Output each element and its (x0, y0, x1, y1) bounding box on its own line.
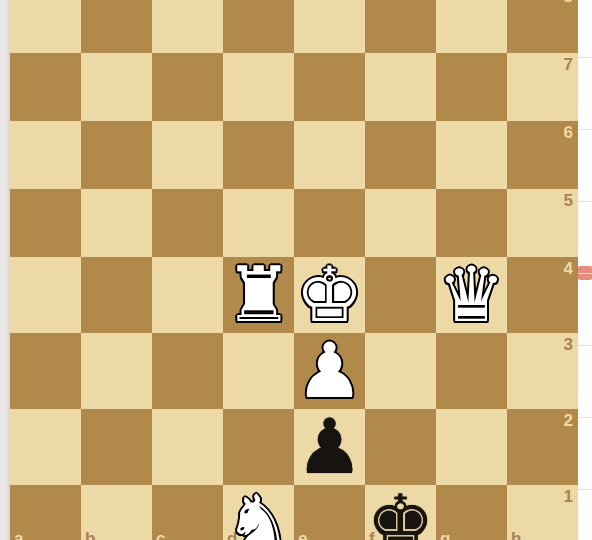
square-c1[interactable]: c (152, 485, 223, 540)
square-c3[interactable] (152, 333, 223, 409)
square-g3[interactable] (436, 333, 507, 409)
square-h7[interactable]: 7 (507, 53, 578, 121)
square-a2[interactable] (10, 409, 81, 485)
gutter-rank-line (578, 345, 592, 346)
rank-label-3: 3 (564, 336, 573, 353)
square-b1[interactable]: b (81, 485, 152, 540)
square-f3[interactable] (365, 333, 436, 409)
square-h8[interactable]: 8 (507, 0, 578, 53)
square-f7[interactable] (365, 53, 436, 121)
square-h5[interactable]: 5 (507, 189, 578, 257)
rank-label-7: 7 (564, 56, 573, 73)
gutter-rank-line (578, 201, 592, 202)
square-a8[interactable] (10, 0, 81, 53)
square-f8[interactable] (365, 0, 436, 53)
page-gutter-right (578, 0, 592, 540)
square-f1[interactable]: f♚ (365, 485, 436, 540)
square-a1[interactable]: a (10, 485, 81, 540)
square-e6[interactable] (294, 121, 365, 189)
gutter-rank-line (578, 273, 592, 274)
piece-black-pawn-e2[interactable]: ♟ (295, 409, 363, 485)
square-d8[interactable] (223, 0, 294, 53)
square-f4[interactable] (365, 257, 436, 333)
square-f2[interactable] (365, 409, 436, 485)
square-h1[interactable]: 1h (507, 485, 578, 540)
square-g8[interactable] (436, 0, 507, 53)
square-b7[interactable] (81, 53, 152, 121)
page-gutter-left (0, 0, 10, 540)
piece-white-pawn-e3[interactable]: ♟ (295, 333, 363, 409)
square-d6[interactable] (223, 121, 294, 189)
square-h3[interactable]: 3 (507, 333, 578, 409)
square-d7[interactable] (223, 53, 294, 121)
square-h6[interactable]: 6 (507, 121, 578, 189)
square-g7[interactable] (436, 53, 507, 121)
square-e8[interactable] (294, 0, 365, 53)
square-b6[interactable] (81, 121, 152, 189)
square-d4[interactable]: ♜ (223, 257, 294, 333)
chess-board: 8765♜♚♛4♟3♟2abcd♞ef♚g1h (10, 0, 578, 540)
square-f5[interactable] (365, 189, 436, 257)
rank-label-5: 5 (564, 192, 573, 209)
square-a3[interactable] (10, 333, 81, 409)
square-c8[interactable] (152, 0, 223, 53)
file-label-b: b (85, 530, 95, 540)
square-b3[interactable] (81, 333, 152, 409)
square-e2[interactable]: ♟ (294, 409, 365, 485)
gutter-rank-line (578, 57, 592, 58)
square-c6[interactable] (152, 121, 223, 189)
rank-label-8: 8 (564, 0, 573, 5)
file-label-e: e (298, 530, 307, 540)
square-g5[interactable] (436, 189, 507, 257)
square-b4[interactable] (81, 257, 152, 333)
square-b8[interactable] (81, 0, 152, 53)
square-e3[interactable]: ♟ (294, 333, 365, 409)
piece-white-knight-d1[interactable]: ♞ (224, 485, 292, 540)
square-d2[interactable] (223, 409, 294, 485)
square-f6[interactable] (365, 121, 436, 189)
file-label-g: g (440, 530, 450, 540)
square-h2[interactable]: 2 (507, 409, 578, 485)
square-d3[interactable] (223, 333, 294, 409)
square-e7[interactable] (294, 53, 365, 121)
square-a7[interactable] (10, 53, 81, 121)
gutter-rank-line (578, 417, 592, 418)
square-g2[interactable] (436, 409, 507, 485)
square-c2[interactable] (152, 409, 223, 485)
rank-label-1: 1 (564, 488, 573, 505)
rank-label-4: 4 (564, 260, 573, 277)
rank-label-2: 2 (564, 412, 573, 429)
square-a6[interactable] (10, 121, 81, 189)
square-g1[interactable]: g (436, 485, 507, 540)
piece-white-king-e4[interactable]: ♚ (295, 257, 363, 333)
square-c5[interactable] (152, 189, 223, 257)
square-e5[interactable] (294, 189, 365, 257)
square-a4[interactable] (10, 257, 81, 333)
square-c7[interactable] (152, 53, 223, 121)
square-g4[interactable]: ♛ (436, 257, 507, 333)
square-e4[interactable]: ♚ (294, 257, 365, 333)
square-a5[interactable] (10, 189, 81, 257)
square-e1[interactable]: e (294, 485, 365, 540)
square-g6[interactable] (436, 121, 507, 189)
square-b5[interactable] (81, 189, 152, 257)
piece-white-queen-g4[interactable]: ♛ (437, 257, 505, 333)
piece-black-king-f1[interactable]: ♚ (366, 485, 434, 540)
square-c4[interactable] (152, 257, 223, 333)
page: 8765♜♚♛4♟3♟2abcd♞ef♚g1h (0, 0, 592, 540)
gutter-rank-line (578, 489, 592, 490)
gutter-rank-line (578, 129, 592, 130)
piece-white-rook-d4[interactable]: ♜ (224, 257, 292, 333)
square-b2[interactable] (81, 409, 152, 485)
square-d5[interactable] (223, 189, 294, 257)
file-label-h: h (511, 530, 521, 540)
file-label-a: a (14, 530, 23, 540)
rank-label-6: 6 (564, 124, 573, 141)
square-d1[interactable]: d♞ (223, 485, 294, 540)
square-h4[interactable]: 4 (507, 257, 578, 333)
file-label-c: c (156, 530, 165, 540)
